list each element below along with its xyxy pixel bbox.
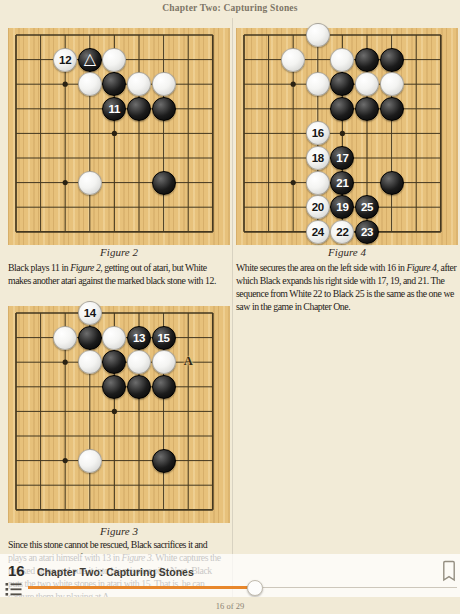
stone-white-18: 18 [306, 146, 330, 170]
stone-black-21: 21 [330, 171, 354, 195]
stone-black [127, 375, 151, 399]
stone-white-20: 20 [306, 195, 330, 219]
hoshi-point [112, 131, 117, 136]
stone-black-23: 23 [355, 220, 379, 244]
stone-black-13: 13 [127, 326, 151, 350]
go-board-figure-3: 141315A [8, 306, 230, 523]
stone-white [306, 171, 330, 195]
figure-4-caption: Figure 4 [236, 246, 458, 258]
current-page-number: 16 [8, 562, 25, 579]
reader-bottom-bar: 16 Chapter Two: Capturing Stones [0, 554, 460, 597]
stone-number: 24 [312, 226, 324, 238]
stone-white [306, 23, 330, 47]
stone-white [152, 350, 176, 374]
stone-number: 14 [84, 307, 96, 319]
triangle-marker: △ [84, 51, 96, 67]
stone-black: △ [78, 48, 102, 72]
stone-number: 22 [336, 226, 348, 238]
stone-black [78, 326, 102, 350]
hoshi-point [63, 82, 68, 87]
toc-button[interactable] [5, 582, 22, 597]
stone-white [78, 449, 102, 473]
hoshi-point [291, 180, 296, 185]
stone-white [53, 326, 77, 350]
stone-number: 11 [109, 103, 121, 115]
stone-white-12: 12 [53, 48, 77, 72]
page-footer: 16 of 29 [0, 597, 460, 614]
stone-black [380, 97, 404, 121]
page-slider-track-empty [255, 587, 457, 589]
figure-2-caption: Figure 2 [8, 246, 230, 258]
stone-white [102, 48, 126, 72]
stone-black [380, 48, 404, 72]
stone-black [152, 171, 176, 195]
hoshi-point [112, 409, 117, 414]
stone-white [127, 72, 151, 96]
stone-black [152, 375, 176, 399]
figure-3-caption: Figure 3 [8, 525, 230, 537]
bookmark-icon [442, 560, 456, 582]
bookmark-button[interactable] [442, 560, 456, 582]
hoshi-point [291, 82, 296, 87]
stone-black [355, 48, 379, 72]
stone-black-25: 25 [355, 195, 379, 219]
stone-black [152, 449, 176, 473]
stone-number: 25 [361, 201, 373, 213]
stone-number: 19 [336, 201, 348, 213]
hoshi-point [63, 458, 68, 463]
page-slider-track-filled [28, 586, 255, 589]
stone-white [281, 48, 305, 72]
hoshi-point [63, 360, 68, 365]
paragraph-figure-2: Black plays 11 in Figure 2, getting out … [8, 261, 226, 287]
stone-white [127, 350, 151, 374]
page-indicator: 16 of 29 [216, 601, 244, 611]
chapter-header-title: Chapter Two: Capturing Stones [162, 3, 297, 13]
hoshi-point [340, 131, 345, 136]
paragraph-figure-4: White secures the area on the left side … [236, 261, 457, 313]
stone-number: 16 [312, 127, 324, 139]
reader-page: Chapter Two: Capturing Stones 12△11 Figu… [0, 0, 460, 614]
stone-number: 18 [312, 152, 324, 164]
chapter-header: Chapter Two: Capturing Stones [0, 0, 460, 13]
bar-chapter-title: Chapter Two: Capturing Stones [37, 566, 194, 578]
stone-white [102, 326, 126, 350]
page-slider-thumb[interactable] [247, 580, 263, 596]
stone-black [127, 97, 151, 121]
stone-white [330, 48, 354, 72]
stone-number: 12 [59, 54, 71, 66]
hoshi-point [63, 180, 68, 185]
stone-white [78, 350, 102, 374]
stone-white [78, 72, 102, 96]
stone-number: 17 [336, 152, 348, 164]
go-board-figure-4: 16181721201925242223 [236, 28, 458, 245]
stone-number: 21 [336, 177, 348, 189]
stone-number: 20 [312, 201, 324, 213]
board-point-label-A: A [184, 354, 193, 369]
stone-number: 13 [133, 332, 145, 344]
stone-white [380, 72, 404, 96]
stone-black-15: 15 [152, 326, 176, 350]
column-divider [232, 18, 233, 597]
stone-white [355, 72, 379, 96]
stone-white [152, 72, 176, 96]
stone-black [380, 171, 404, 195]
stone-number: 23 [361, 226, 373, 238]
stone-black [152, 97, 176, 121]
page-slider[interactable] [28, 585, 457, 590]
stone-black [355, 97, 379, 121]
stone-white-24: 24 [306, 220, 330, 244]
stone-white-14: 14 [78, 301, 102, 325]
stone-number: 15 [157, 332, 169, 344]
stone-white [306, 72, 330, 96]
go-board-figure-2: 12△11 [8, 28, 230, 245]
toc-icon [5, 582, 22, 597]
stone-white [78, 171, 102, 195]
